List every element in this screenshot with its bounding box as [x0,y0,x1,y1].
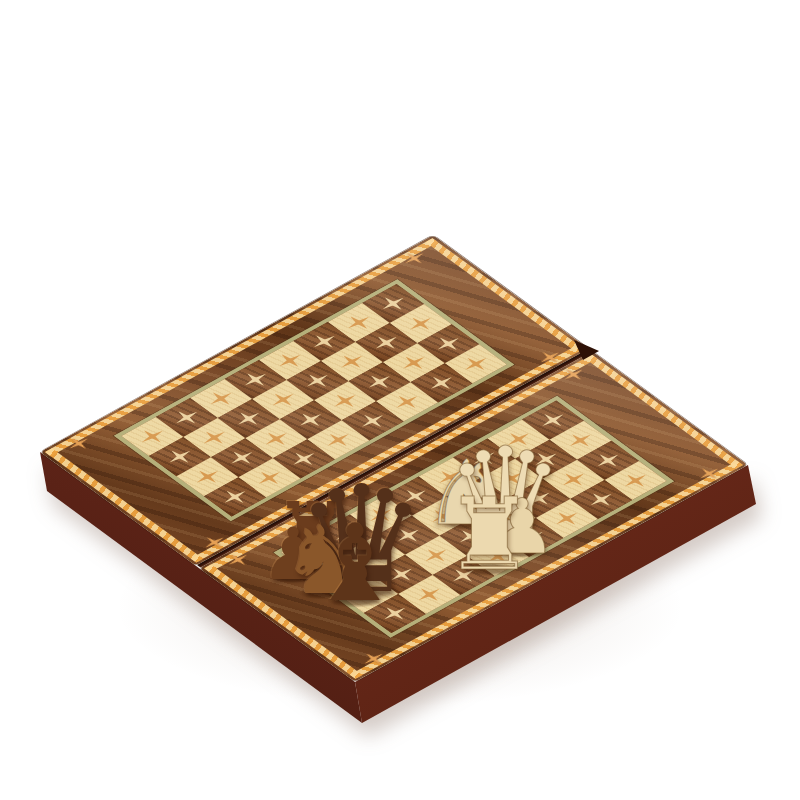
star-inlay-icon [395,351,433,375]
star-inlay-icon [319,428,357,452]
star-inlay-icon [561,428,599,452]
piece-dark-bishop[interactable]: ♝ [307,511,402,617]
star-inlay-icon [292,408,330,432]
star-inlay-icon [216,485,254,509]
star-inlay-icon [271,349,309,373]
frame-star-inlay-icon [398,248,431,269]
star-inlay-icon [340,311,378,335]
star-inlay-icon [195,426,233,450]
star-inlay-icon [402,312,440,336]
star-inlay-icon [202,386,240,410]
star-inlay-icon [161,445,199,469]
star-inlay-icon [617,469,655,493]
star-inlay-icon [457,352,495,376]
star-inlay-icon [333,350,371,374]
star-inlay-icon [223,446,261,470]
star-inlay-icon [367,331,405,355]
star-inlay-icon [582,488,620,512]
frame-star-inlay-icon [62,433,95,454]
star-inlay-icon [429,332,467,356]
star-inlay-icon [589,448,627,472]
star-inlay-icon [354,409,392,433]
star-inlay-icon [264,388,302,412]
star-inlay-icon [168,405,206,429]
star-inlay-icon [422,371,460,395]
star-inlay-icon [188,465,226,489]
star-inlay-icon [299,369,337,393]
star-inlay-icon [360,370,398,394]
star-inlay-icon [326,389,364,413]
piece-light-rook[interactable]: ♜ [444,485,534,585]
star-inlay-icon [237,368,275,392]
star-inlay-icon [230,407,268,431]
star-inlay-icon [133,424,171,448]
star-inlay-icon [257,427,295,451]
star-inlay-icon [388,390,426,414]
star-inlay-icon [374,292,412,316]
product-photo-stage: ♞♛♟♜♜♟♛♞♝ [0,0,800,800]
star-inlay-icon [305,330,343,354]
